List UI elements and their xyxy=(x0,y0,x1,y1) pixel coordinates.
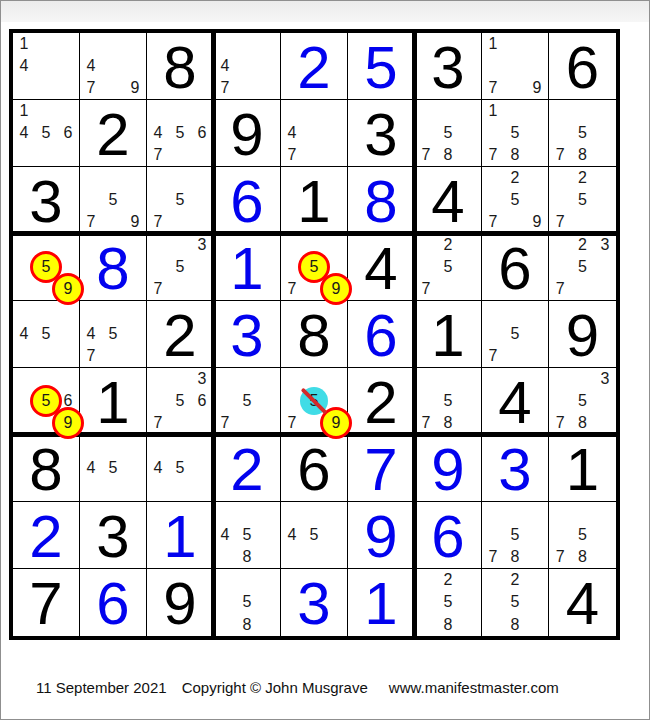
cell-r5c4: 3 xyxy=(214,301,281,368)
solved-digit: 2 xyxy=(13,502,79,568)
candidate: 5 xyxy=(236,524,258,546)
pencil-slot xyxy=(526,323,548,345)
candidate: 7 xyxy=(147,412,169,434)
pencil-slot xyxy=(258,546,280,568)
pencil-slot xyxy=(482,301,504,323)
candidate-digit: 5 xyxy=(511,125,520,141)
candidate-digit: 5 xyxy=(176,460,185,476)
pencil-slot xyxy=(57,234,79,256)
cell-r5c5: 8 xyxy=(281,301,348,368)
candidate: 2 xyxy=(437,234,459,256)
solved-digit: 1 xyxy=(147,502,213,568)
candidate: 8 xyxy=(504,144,526,166)
pencil-slot xyxy=(57,55,79,77)
candidate-highlighted-yellow: 9 xyxy=(57,278,79,300)
pencil-slot xyxy=(169,479,191,501)
candidate-digit: 2 xyxy=(511,170,520,186)
candidate: 7 xyxy=(415,412,437,434)
pencil-slot xyxy=(147,390,169,412)
pencil-slot xyxy=(13,278,35,300)
candidate: 6 xyxy=(191,122,213,144)
solved-digit: 3 xyxy=(281,569,347,636)
pencil-slot xyxy=(169,368,191,390)
pencil-marks: 257 xyxy=(415,234,481,300)
pencil-slot xyxy=(459,412,481,434)
pencil-slot xyxy=(169,435,191,457)
pencil-slot xyxy=(459,569,481,591)
given-digit: 7 xyxy=(13,569,79,636)
solved-digit: 1 xyxy=(214,234,280,300)
candidate-digit: 8 xyxy=(243,617,252,633)
pencil-slot xyxy=(549,167,571,189)
cell-r2c8: 1578 xyxy=(482,100,549,167)
pencil-slot xyxy=(504,301,526,323)
pencil-slot xyxy=(147,234,169,256)
candidate-digit: 5 xyxy=(511,192,520,208)
candidate-digit: 5 xyxy=(176,192,185,208)
pencil-marks: 579 xyxy=(80,167,146,233)
pencil-slot xyxy=(325,368,347,390)
candidate-digit: 5 xyxy=(511,594,520,610)
pencil-slot xyxy=(594,211,616,233)
pencil-slot xyxy=(594,122,616,144)
pencil-marks: 1456 xyxy=(13,100,79,166)
pencil-marks: 1578 xyxy=(482,100,548,166)
cell-r7c7: 9 xyxy=(415,435,482,502)
pencil-slot xyxy=(124,345,146,367)
pencil-slot xyxy=(258,591,280,613)
solved-digit: 3 xyxy=(214,301,280,367)
pencil-marks: 57 xyxy=(482,301,548,367)
given-digit: 6 xyxy=(549,33,616,99)
pencil-slot xyxy=(415,368,437,390)
candidate: 4 xyxy=(281,122,303,144)
candidate: 6 xyxy=(57,122,79,144)
candidate-digit: 7 xyxy=(87,214,96,230)
candidate-digit: 4 xyxy=(87,460,96,476)
cell-r6c1: 569 xyxy=(13,368,80,435)
candidate: 7 xyxy=(80,77,102,99)
pencil-slot xyxy=(236,412,258,434)
candidate-highlighted-yellow: 9 xyxy=(57,412,79,434)
pencil-slot xyxy=(147,368,169,390)
pencil-slot xyxy=(325,502,347,524)
cell-r2c4: 9 xyxy=(214,100,281,167)
candidate: 4 xyxy=(13,122,35,144)
cell-r6c8: 4 xyxy=(482,368,549,435)
pencil-slot xyxy=(526,524,548,546)
pencil-slot xyxy=(102,55,124,77)
candidate-digit: 2 xyxy=(578,237,587,253)
candidate-digit: 5 xyxy=(42,125,51,141)
cell-r4c2: 8 xyxy=(80,234,147,301)
candidate: 8 xyxy=(236,614,258,636)
cell-r9c3: 9 xyxy=(147,569,214,636)
candidate-digit: 9 xyxy=(64,281,73,297)
candidate-digit: 7 xyxy=(422,281,431,297)
cell-r6c6: 2 xyxy=(348,368,415,435)
pencil-slot xyxy=(35,301,57,323)
candidate-digit: 5 xyxy=(310,393,319,409)
given-digit: 8 xyxy=(147,33,213,99)
cell-r4c1: 59 xyxy=(13,234,80,301)
candidate: 9 xyxy=(124,211,146,233)
candidate-digit: 8 xyxy=(444,415,453,431)
candidate: 5 xyxy=(504,323,526,345)
candidate: 7 xyxy=(549,211,571,233)
candidate: 2 xyxy=(504,167,526,189)
cell-r4c5: 579 xyxy=(281,234,348,301)
pencil-slot xyxy=(526,345,548,367)
cell-r2c2: 2 xyxy=(80,100,147,167)
pencil-slot xyxy=(549,189,571,211)
candidate-digit: 9 xyxy=(332,281,341,297)
pencil-slot xyxy=(594,412,616,434)
pencil-slot xyxy=(325,122,347,144)
candidate: 7 xyxy=(147,144,169,166)
cell-r3c2: 579 xyxy=(80,167,147,234)
pencil-slot xyxy=(147,256,169,278)
candidate-digit: 5 xyxy=(310,527,319,543)
cell-r5c6: 6 xyxy=(348,301,415,368)
candidate-highlighted-yellow: 9 xyxy=(325,278,347,300)
pencil-marks: 14 xyxy=(13,33,79,99)
candidate-digit: 1 xyxy=(489,103,498,119)
pencil-slot xyxy=(191,211,213,233)
candidate-digit: 6 xyxy=(64,393,73,409)
pencil-slot xyxy=(169,234,191,256)
pencil-marks: 258 xyxy=(415,569,481,636)
candidate: 8 xyxy=(504,546,526,568)
pencil-slot xyxy=(80,33,102,55)
pencil-marks: 578 xyxy=(415,368,481,434)
pencil-slot xyxy=(482,502,504,524)
candidate: 8 xyxy=(571,546,593,568)
solved-digit: 8 xyxy=(348,167,414,233)
pencil-slot xyxy=(303,144,325,166)
candidate: 5 xyxy=(437,591,459,613)
pencil-slot xyxy=(437,100,459,122)
cell-r3c5: 1 xyxy=(281,167,348,234)
pencil-slot xyxy=(35,55,57,77)
candidate: 8 xyxy=(236,546,258,568)
cell-r3c7: 4 xyxy=(415,167,482,234)
candidate-digit: 7 xyxy=(154,147,163,163)
cell-r6c7: 578 xyxy=(415,368,482,435)
cell-r8c7: 6 xyxy=(415,502,482,569)
pencil-slot xyxy=(526,167,548,189)
candidate: 7 xyxy=(147,211,169,233)
pencil-slot xyxy=(13,368,35,390)
cell-r1c9: 6 xyxy=(549,33,616,100)
pencil-slot xyxy=(594,278,616,300)
pencil-slot xyxy=(504,55,526,77)
candidate-eliminated-cyan: 5 xyxy=(303,390,325,412)
candidate: 4 xyxy=(80,323,102,345)
pencil-slot xyxy=(191,479,213,501)
pencil-slot xyxy=(57,77,79,99)
candidate: 5 xyxy=(571,390,593,412)
candidate: 5 xyxy=(236,390,258,412)
pencil-slot xyxy=(459,614,481,636)
cell-r4c4: 1 xyxy=(214,234,281,301)
pencil-slot xyxy=(281,100,303,122)
pencil-slot xyxy=(124,435,146,457)
pencil-slot xyxy=(571,100,593,122)
pencil-slot xyxy=(102,211,124,233)
pencil-slot xyxy=(459,100,481,122)
pencil-slot xyxy=(459,256,481,278)
cell-r7c1: 8 xyxy=(13,435,80,502)
candidate-highlighted-yellow: 5 xyxy=(35,390,57,412)
pencil-slot xyxy=(549,122,571,144)
pencil-slot xyxy=(549,390,571,412)
pencil-slot xyxy=(526,301,548,323)
pencil-slot xyxy=(594,256,616,278)
cell-r2c1: 1456 xyxy=(13,100,80,167)
solved-digit: 2 xyxy=(281,33,347,99)
pencil-slot xyxy=(57,100,79,122)
given-digit: 3 xyxy=(13,167,79,233)
pencil-slot xyxy=(482,614,504,636)
candidate-digit: 4 xyxy=(20,326,29,342)
pencil-slot xyxy=(102,301,124,323)
pencil-slot xyxy=(526,189,548,211)
given-digit: 4 xyxy=(549,569,616,636)
pencil-slot xyxy=(281,368,303,390)
pencil-slot xyxy=(571,368,593,390)
candidate: 5 xyxy=(504,122,526,144)
candidate-digit: 8 xyxy=(511,549,520,565)
cell-r1c8: 179 xyxy=(482,33,549,100)
pencil-slot xyxy=(571,278,593,300)
solved-digit: 8 xyxy=(80,234,146,300)
caption-date: 11 September 2021 xyxy=(36,679,167,696)
box-divider-horizontal-1 xyxy=(9,231,620,236)
candidate: 7 xyxy=(147,278,169,300)
pencil-slot xyxy=(325,524,347,546)
pencil-slot xyxy=(124,301,146,323)
candidate: 1 xyxy=(482,33,504,55)
pencil-slot xyxy=(526,33,548,55)
pencil-slot xyxy=(124,457,146,479)
pencil-slot xyxy=(80,435,102,457)
pencil-marks: 3567 xyxy=(147,368,213,434)
pencil-slot xyxy=(303,502,325,524)
candidate: 5 xyxy=(169,390,191,412)
pencil-slot xyxy=(80,167,102,189)
pencil-slot xyxy=(482,55,504,77)
candidate-highlighted-yellow: 5 xyxy=(35,256,57,278)
candidate-digit: 4 xyxy=(154,460,163,476)
pencil-slot xyxy=(459,144,481,166)
candidate: 8 xyxy=(437,614,459,636)
pencil-slot xyxy=(191,189,213,211)
cell-r9c6: 1 xyxy=(348,569,415,636)
candidate-digit: 5 xyxy=(310,259,319,275)
box-divider-vertical-2 xyxy=(412,29,417,640)
cell-r8c3: 1 xyxy=(147,502,214,569)
cell-r2c6: 3 xyxy=(348,100,415,167)
candidate-digit: 5 xyxy=(42,326,51,342)
candidate-digit: 7 xyxy=(489,214,498,230)
candidate-digit: 4 xyxy=(87,326,96,342)
pencil-marks: 57 xyxy=(214,368,280,434)
pencil-slot xyxy=(102,479,124,501)
candidate-digit: 5 xyxy=(243,393,252,409)
pencil-slot xyxy=(594,524,616,546)
cell-r3c8: 2579 xyxy=(482,167,549,234)
candidate-digit: 5 xyxy=(243,594,252,610)
candidate-digit: 9 xyxy=(533,214,542,230)
pencil-slot xyxy=(526,122,548,144)
candidate-digit: 5 xyxy=(42,259,51,275)
candidate-digit: 4 xyxy=(154,125,163,141)
cell-r8c4: 458 xyxy=(214,502,281,569)
candidate: 5 xyxy=(102,189,124,211)
pencil-marks: 579 xyxy=(281,234,347,300)
candidate-highlighted-yellow: 5 xyxy=(303,256,325,278)
candidate-digit: 4 xyxy=(288,125,297,141)
pencil-marks: 579 xyxy=(281,368,347,434)
solved-digit: 6 xyxy=(415,502,481,568)
candidate-digit: 5 xyxy=(578,125,587,141)
candidate-digit: 8 xyxy=(444,617,453,633)
pencil-marks: 578 xyxy=(549,100,616,166)
pencil-slot xyxy=(258,614,280,636)
candidate-digit: 1 xyxy=(20,103,29,119)
candidate-digit: 7 xyxy=(422,147,431,163)
candidate-digit: 8 xyxy=(578,549,587,565)
pencil-marks: 479 xyxy=(80,33,146,99)
pencil-slot xyxy=(169,100,191,122)
solved-digit: 9 xyxy=(415,435,481,501)
pencil-slot xyxy=(258,569,280,591)
pencil-slot xyxy=(13,301,35,323)
pencil-slot xyxy=(504,77,526,99)
candidate: 7 xyxy=(549,144,571,166)
given-digit: 2 xyxy=(80,100,146,166)
pencil-slot xyxy=(281,546,303,568)
candidate-digit: 8 xyxy=(511,147,520,163)
pencil-slot xyxy=(258,55,280,77)
pencil-slot xyxy=(325,234,347,256)
solved-digit: 9 xyxy=(348,502,414,568)
pencil-marks: 357 xyxy=(147,234,213,300)
cell-r5c2: 457 xyxy=(80,301,147,368)
box-divider-vertical-1 xyxy=(211,29,216,640)
candidate-digit: 4 xyxy=(87,58,96,74)
pencil-slot xyxy=(57,33,79,55)
candidate: 1 xyxy=(482,100,504,122)
pencil-marks: 45 xyxy=(80,435,146,501)
pencil-slot xyxy=(13,412,35,434)
sudoku-grid: 1447984725317961456245679473578157857835… xyxy=(13,33,616,636)
candidate: 5 xyxy=(571,256,593,278)
candidate-digit: 5 xyxy=(176,393,185,409)
candidate-digit: 5 xyxy=(511,326,520,342)
candidate: 2 xyxy=(571,167,593,189)
pencil-slot xyxy=(147,100,169,122)
sudoku-page: 1447984725317961456245679473578157857835… xyxy=(0,0,650,720)
pencil-slot xyxy=(459,591,481,613)
candidate: 4 xyxy=(214,55,236,77)
candidate-digit: 2 xyxy=(511,572,520,588)
candidate-digit: 7 xyxy=(489,348,498,364)
pencil-slot xyxy=(549,234,571,256)
candidate: 7 xyxy=(80,345,102,367)
cell-r8c1: 2 xyxy=(13,502,80,569)
pencil-slot xyxy=(325,144,347,166)
cell-r3c4: 6 xyxy=(214,167,281,234)
pencil-slot xyxy=(571,211,593,233)
pencil-slot xyxy=(526,55,548,77)
pencil-slot xyxy=(504,100,526,122)
pencil-slot xyxy=(191,100,213,122)
pencil-slot xyxy=(437,278,459,300)
pencil-slot xyxy=(214,546,236,568)
pencil-marks: 2579 xyxy=(482,167,548,233)
pencil-marks: 45 xyxy=(147,435,213,501)
candidate: 7 xyxy=(549,412,571,434)
pencil-slot xyxy=(482,167,504,189)
pencil-marks: 3578 xyxy=(549,368,616,434)
candidate-digit: 9 xyxy=(332,415,341,431)
candidate: 3 xyxy=(594,368,616,390)
pencil-slot xyxy=(236,368,258,390)
candidate: 4 xyxy=(147,457,169,479)
candidate-digit: 6 xyxy=(198,125,207,141)
pencil-slot xyxy=(214,368,236,390)
pencil-slot xyxy=(214,569,236,591)
pencil-slot xyxy=(459,278,481,300)
candidate: 8 xyxy=(437,412,459,434)
pencil-slot xyxy=(325,546,347,568)
cell-r9c9: 4 xyxy=(549,569,616,636)
candidate: 5 xyxy=(437,256,459,278)
pencil-slot xyxy=(549,100,571,122)
pencil-slot xyxy=(526,502,548,524)
pencil-slot xyxy=(236,55,258,77)
cell-r4c9: 2357 xyxy=(549,234,616,301)
candidate-digit: 8 xyxy=(578,415,587,431)
pencil-slot xyxy=(258,368,280,390)
candidate-digit: 7 xyxy=(87,80,96,96)
solved-digit: 6 xyxy=(348,301,414,367)
cell-r3c6: 8 xyxy=(348,167,415,234)
candidate-digit: 9 xyxy=(533,80,542,96)
pencil-slot xyxy=(482,189,504,211)
candidate: 5 xyxy=(35,122,57,144)
candidate-digit: 5 xyxy=(444,594,453,610)
cell-r6c9: 3578 xyxy=(549,368,616,435)
given-digit: 2 xyxy=(348,368,414,434)
candidate-digit: 7 xyxy=(489,147,498,163)
pencil-slot xyxy=(258,390,280,412)
cell-r1c3: 8 xyxy=(147,33,214,100)
candidate-digit: 8 xyxy=(243,549,252,565)
cell-r5c7: 1 xyxy=(415,301,482,368)
candidate-digit: 5 xyxy=(109,460,118,476)
candidate-digit: 5 xyxy=(243,527,252,543)
pencil-slot xyxy=(35,345,57,367)
pencil-slot xyxy=(482,524,504,546)
candidate-digit: 5 xyxy=(578,192,587,208)
pencil-slot xyxy=(459,368,481,390)
pencil-marks: 179 xyxy=(482,33,548,99)
pencil-slot xyxy=(236,77,258,99)
candidate: 5 xyxy=(236,591,258,613)
